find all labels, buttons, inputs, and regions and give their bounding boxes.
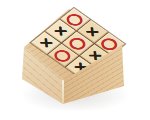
tictactoe-product-photo: ○ ✕ ○ ✕ ○ ✕ ✕ ○ ✕	[0, 0, 150, 120]
box-corner-highlight	[62, 80, 64, 104]
